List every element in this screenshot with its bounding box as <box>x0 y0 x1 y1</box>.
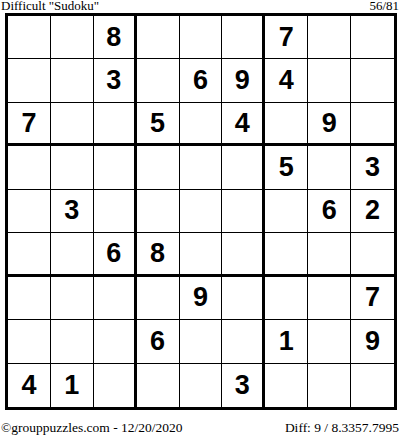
sudoku-cell-r6c6[interactable] <box>222 233 265 276</box>
sudoku-cell-r4c6[interactable] <box>222 146 265 189</box>
sudoku-cell-r8c8[interactable] <box>308 320 351 363</box>
sudoku-cell-r1c8[interactable] <box>308 16 351 59</box>
sudoku-cell-r9c8[interactable] <box>308 364 351 407</box>
sudoku-cell-r8c5[interactable] <box>180 320 223 363</box>
sudoku-cell-r7c2[interactable] <box>51 277 94 320</box>
sudoku-cell-r5c3[interactable] <box>94 190 137 233</box>
sudoku-given-r2c7[interactable]: 4 <box>265 59 308 102</box>
sudoku-cell-r3c5[interactable] <box>180 103 223 146</box>
sudoku-cell-r3c7[interactable] <box>265 103 308 146</box>
sudoku-cell-r7c7[interactable] <box>265 277 308 320</box>
sudoku-cell-r5c7[interactable] <box>265 190 308 233</box>
sudoku-given-r5c2[interactable]: 3 <box>51 190 94 233</box>
sudoku-cell-r8c2[interactable] <box>51 320 94 363</box>
sudoku-cell-r6c5[interactable] <box>180 233 223 276</box>
sudoku-cell-r2c1[interactable] <box>8 59 51 102</box>
sudoku-cell-r5c5[interactable] <box>180 190 223 233</box>
sudoku-cell-r7c3[interactable] <box>94 277 137 320</box>
sudoku-cell-r6c9[interactable] <box>351 233 394 276</box>
sudoku-cell-r9c3[interactable] <box>94 364 137 407</box>
sudoku-cell-r8c3[interactable] <box>94 320 137 363</box>
sudoku-given-r1c7[interactable]: 7 <box>265 16 308 59</box>
sudoku-cell-r2c8[interactable] <box>308 59 351 102</box>
sudoku-given-r8c7[interactable]: 1 <box>265 320 308 363</box>
sudoku-cell-r6c8[interactable] <box>308 233 351 276</box>
sudoku-cell-r4c2[interactable] <box>51 146 94 189</box>
sudoku-cell-r7c8[interactable] <box>308 277 351 320</box>
sudoku-given-r8c9[interactable]: 9 <box>351 320 394 363</box>
sudoku-given-r5c8[interactable]: 6 <box>308 190 351 233</box>
sudoku-cell-r5c6[interactable] <box>222 190 265 233</box>
sudoku-cell-r1c4[interactable] <box>137 16 180 59</box>
sudoku-given-r2c5[interactable]: 6 <box>180 59 223 102</box>
sudoku-given-r3c6[interactable]: 4 <box>222 103 265 146</box>
sudoku-given-r1c3[interactable]: 8 <box>94 16 137 59</box>
sudoku-cell-r8c1[interactable] <box>8 320 51 363</box>
sudoku-cell-r3c9[interactable] <box>351 103 394 146</box>
sudoku-board: 8736947549533626897619413 <box>5 13 397 410</box>
sudoku-cell-r9c7[interactable] <box>265 364 308 407</box>
sudoku-cell-r1c2[interactable] <box>51 16 94 59</box>
difficulty-text: Diff: 9 / 8.3357.7995 <box>285 421 399 435</box>
sudoku-given-r6c3[interactable]: 6 <box>94 233 137 276</box>
sudoku-cell-r1c6[interactable] <box>222 16 265 59</box>
sudoku-given-r3c4[interactable]: 5 <box>137 103 180 146</box>
sudoku-cell-r6c2[interactable] <box>51 233 94 276</box>
sudoku-cell-r5c4[interactable] <box>137 190 180 233</box>
sudoku-cell-r2c4[interactable] <box>137 59 180 102</box>
sudoku-cell-r4c1[interactable] <box>8 146 51 189</box>
sudoku-given-r9c1[interactable]: 4 <box>8 364 51 407</box>
sudoku-given-r2c3[interactable]: 3 <box>94 59 137 102</box>
puzzle-title: Difficult "Sudoku" <box>1 0 99 12</box>
sudoku-given-r7c9[interactable]: 7 <box>351 277 394 320</box>
sudoku-given-r2c6[interactable]: 9 <box>222 59 265 102</box>
sudoku-cell-r2c9[interactable] <box>351 59 394 102</box>
sudoku-cell-r1c9[interactable] <box>351 16 394 59</box>
sudoku-given-r4c9[interactable]: 3 <box>351 146 394 189</box>
sudoku-cell-r6c1[interactable] <box>8 233 51 276</box>
puzzle-footer: ©grouppuzzles.com - 12/20/2020 Diff: 9 /… <box>0 421 402 435</box>
sudoku-given-r9c6[interactable]: 3 <box>222 364 265 407</box>
sudoku-cell-r4c3[interactable] <box>94 146 137 189</box>
sudoku-cell-r7c6[interactable] <box>222 277 265 320</box>
sudoku-given-r3c1[interactable]: 7 <box>8 103 51 146</box>
empty-cell-counter: 56/81 <box>369 0 399 12</box>
sudoku-given-r5c9[interactable]: 2 <box>351 190 394 233</box>
copyright-text: ©grouppuzzles.com - 12/20/2020 <box>1 421 183 435</box>
sudoku-cell-r6c7[interactable] <box>265 233 308 276</box>
sudoku-cell-r7c4[interactable] <box>137 277 180 320</box>
sudoku-cell-r9c9[interactable] <box>351 364 394 407</box>
sudoku-cell-r1c5[interactable] <box>180 16 223 59</box>
sudoku-cell-r3c3[interactable] <box>94 103 137 146</box>
sudoku-cell-r7c1[interactable] <box>8 277 51 320</box>
sudoku-cell-r9c4[interactable] <box>137 364 180 407</box>
sudoku-cell-r8c6[interactable] <box>222 320 265 363</box>
sudoku-given-r8c4[interactable]: 6 <box>137 320 180 363</box>
sudoku-given-r7c5[interactable]: 9 <box>180 277 223 320</box>
sudoku-given-r9c2[interactable]: 1 <box>51 364 94 407</box>
sudoku-cell-r1c1[interactable] <box>8 16 51 59</box>
sudoku-cell-r2c2[interactable] <box>51 59 94 102</box>
sudoku-cell-r5c1[interactable] <box>8 190 51 233</box>
sudoku-given-r3c8[interactable]: 9 <box>308 103 351 146</box>
sudoku-cell-r3c2[interactable] <box>51 103 94 146</box>
puzzle-header: Difficult "Sudoku" 56/81 <box>0 0 402 13</box>
sudoku-cell-r4c4[interactable] <box>137 146 180 189</box>
sudoku-cell-r4c8[interactable] <box>308 146 351 189</box>
sudoku-cell-r9c5[interactable] <box>180 364 223 407</box>
sudoku-cell-r4c5[interactable] <box>180 146 223 189</box>
sudoku-given-r4c7[interactable]: 5 <box>265 146 308 189</box>
sudoku-given-r6c4[interactable]: 8 <box>137 233 180 276</box>
